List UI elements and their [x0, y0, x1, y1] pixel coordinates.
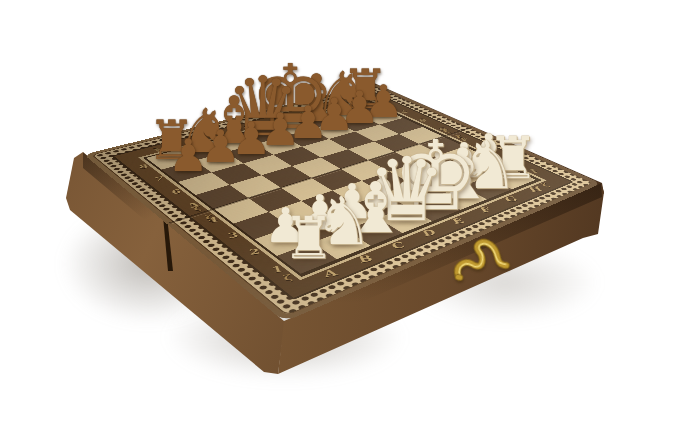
chess-set-product-photo: AABBCCDDEEFFGGHH1122334455667788ζζζζζζ ♜… — [0, 0, 680, 425]
